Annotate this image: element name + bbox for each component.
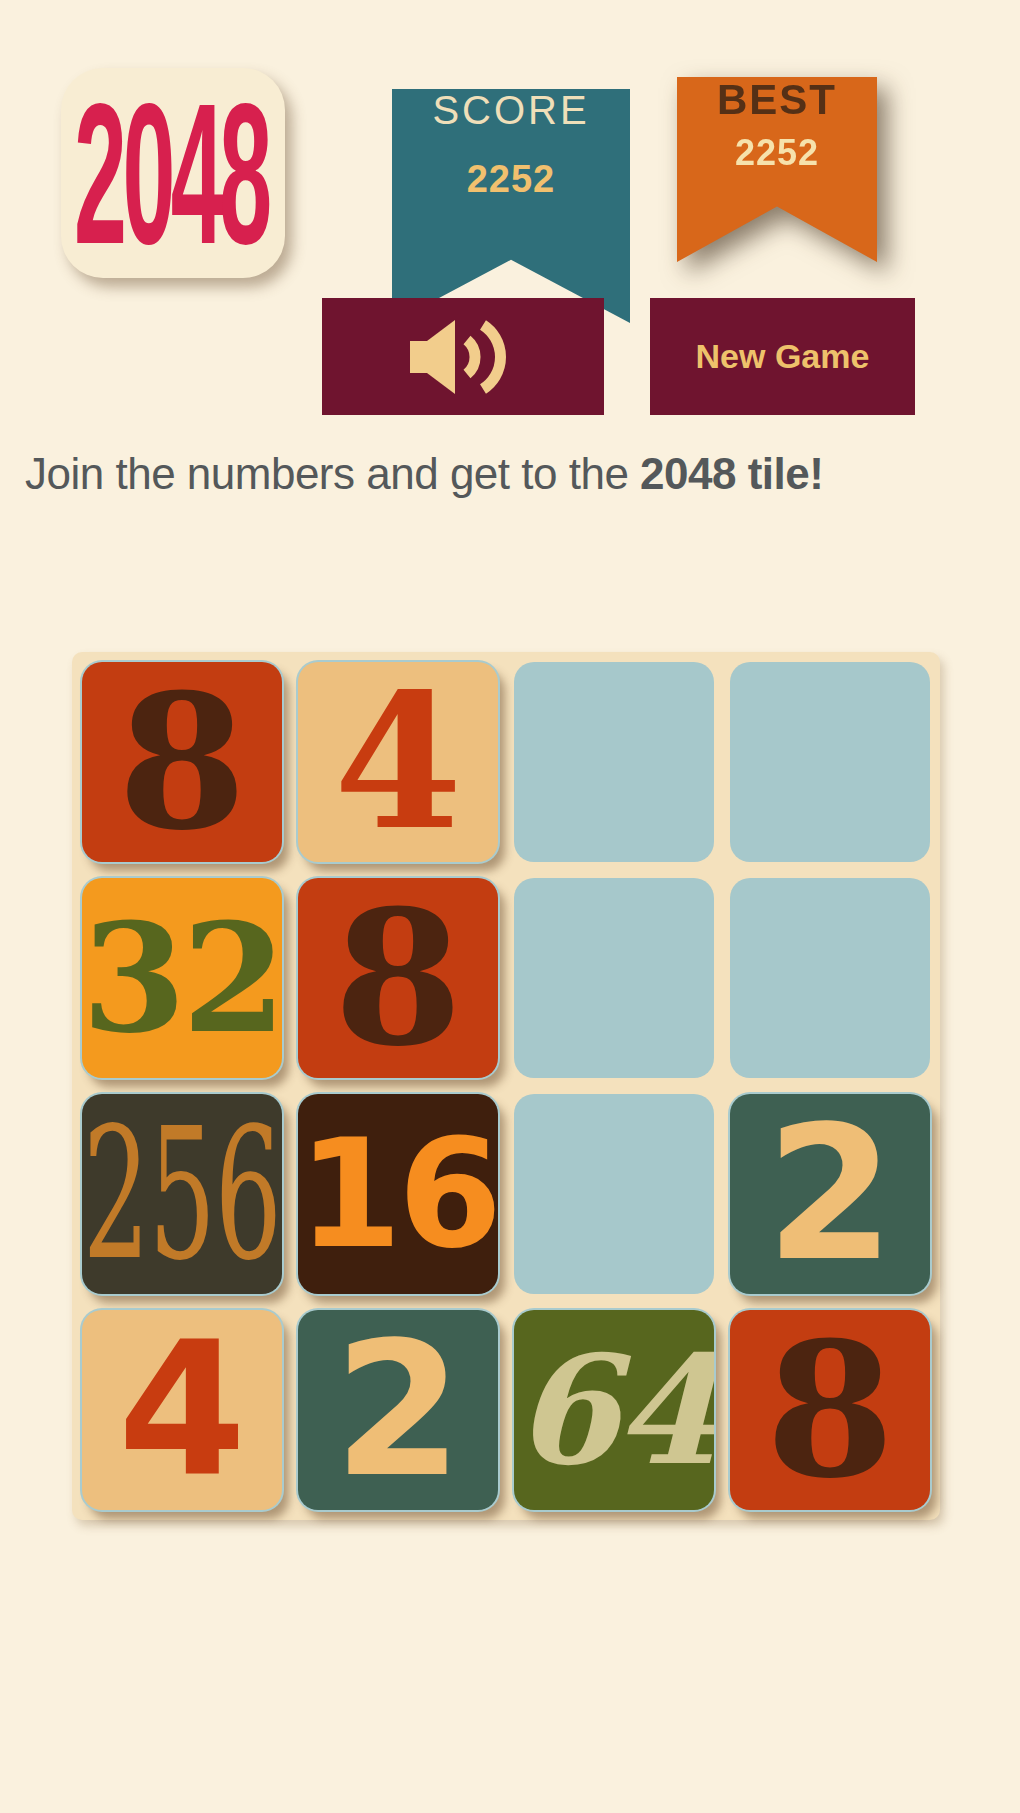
tile-8: 8 <box>298 878 498 1078</box>
tile-4: 4 <box>82 1310 282 1510</box>
empty-cell <box>514 1094 714 1294</box>
tile-value: 8 <box>334 886 463 1071</box>
tile-256: 256 <box>82 1094 282 1294</box>
empty-cell <box>730 878 930 1078</box>
empty-cell <box>514 662 714 862</box>
tile-2: 2 <box>730 1094 930 1294</box>
score-label: SCORE <box>392 89 630 131</box>
new-game-button[interactable]: New Game <box>650 298 915 415</box>
tile-value: 8 <box>766 1318 895 1503</box>
speaker-icon <box>402 311 524 403</box>
tile-4: 4 <box>298 662 498 862</box>
tile-2: 2 <box>298 1310 498 1510</box>
best-panel: BEST 2252 <box>677 57 877 242</box>
tile-value: 16 <box>298 1119 498 1269</box>
score-ribbon: SCORE 2252 <box>392 89 630 323</box>
instruction-text: Join the numbers and get to the 2048 til… <box>25 448 823 500</box>
score-panel: SCORE 2252 <box>392 59 630 293</box>
tile-8: 8 <box>730 1310 930 1510</box>
best-value: 2252 <box>677 131 877 175</box>
tile-16: 16 <box>298 1094 498 1294</box>
instruction-normal: Join the numbers and get to the <box>25 449 640 498</box>
board-grid[interactable]: 8432825616242648 <box>72 652 940 1520</box>
tile-value: 256 <box>83 1103 281 1285</box>
empty-cell <box>730 662 930 862</box>
tile-value: 8 <box>118 670 247 855</box>
tile-value: 2 <box>766 1102 895 1287</box>
sound-button[interactable] <box>322 298 604 415</box>
empty-cell <box>514 878 714 1078</box>
best-ribbon: BEST 2252 <box>677 77 877 262</box>
tile-value: 64 <box>514 1335 714 1485</box>
logo-tile: 2048 <box>61 68 285 278</box>
logo-text: 2048 <box>74 73 272 274</box>
tile-value: 4 <box>118 1318 247 1503</box>
tile-32: 32 <box>82 878 282 1078</box>
tile-value: 2 <box>334 1318 463 1503</box>
tile-64: 64 <box>514 1310 714 1510</box>
new-game-label: New Game <box>696 337 870 376</box>
tile-8: 8 <box>82 662 282 862</box>
instruction-bold: 2048 tile! <box>640 449 823 498</box>
score-value: 2252 <box>392 157 630 201</box>
best-label: BEST <box>677 77 877 123</box>
tile-value: 32 <box>82 903 282 1053</box>
tile-value: 4 <box>334 670 463 855</box>
